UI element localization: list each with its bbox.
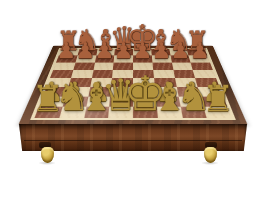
chess-set-photo: ♜♞♝♛♚♝♞♜♟♟♟♟♟♟♟♟♟♟♟♟♟♟♟♟♜♞♝♛♚♝♞♜ bbox=[0, 0, 267, 200]
square-f2 bbox=[156, 96, 181, 106]
square-c6 bbox=[93, 62, 114, 70]
square-b4 bbox=[68, 78, 91, 87]
box-lid-seam bbox=[24, 140, 243, 141]
square-e3 bbox=[133, 87, 156, 97]
square-g2 bbox=[178, 96, 204, 106]
square-b7 bbox=[75, 55, 96, 62]
square-a6 bbox=[53, 62, 75, 70]
square-d5 bbox=[112, 70, 133, 78]
square-c1 bbox=[84, 107, 110, 118]
square-a3 bbox=[43, 87, 68, 97]
square-f1 bbox=[157, 107, 183, 118]
square-f7 bbox=[152, 55, 172, 62]
square-d7 bbox=[114, 55, 133, 62]
square-d6 bbox=[113, 62, 133, 70]
square-f3 bbox=[155, 87, 178, 97]
square-g7 bbox=[170, 55, 191, 62]
square-c4 bbox=[90, 78, 112, 87]
square-c7 bbox=[95, 55, 115, 62]
square-a7 bbox=[56, 55, 77, 62]
square-c2 bbox=[86, 96, 111, 106]
square-b1 bbox=[59, 107, 86, 118]
square-h5 bbox=[193, 70, 216, 78]
square-h7 bbox=[189, 55, 210, 62]
square-g6 bbox=[171, 62, 192, 70]
square-d2 bbox=[109, 96, 133, 106]
square-d1 bbox=[108, 107, 133, 118]
square-g3 bbox=[176, 87, 200, 97]
square-b2 bbox=[62, 96, 88, 106]
square-g1 bbox=[180, 107, 207, 118]
square-a2 bbox=[39, 96, 66, 106]
square-f4 bbox=[154, 78, 176, 87]
square-b6 bbox=[73, 62, 94, 70]
square-h1 bbox=[204, 107, 232, 118]
chess-board bbox=[18, 46, 247, 125]
square-h2 bbox=[201, 96, 228, 106]
square-f6 bbox=[152, 62, 173, 70]
square-a5 bbox=[50, 70, 73, 78]
square-g4 bbox=[175, 78, 198, 87]
square-a4 bbox=[47, 78, 71, 87]
square-a1 bbox=[34, 107, 62, 118]
square-e7 bbox=[133, 55, 152, 62]
square-d3 bbox=[110, 87, 133, 97]
square-b3 bbox=[65, 87, 89, 97]
board-grid bbox=[34, 49, 231, 118]
square-d4 bbox=[111, 78, 133, 87]
board-inner-border bbox=[30, 48, 236, 120]
square-e2 bbox=[133, 96, 157, 106]
square-h3 bbox=[198, 87, 223, 97]
square-e5 bbox=[133, 70, 154, 78]
square-h6 bbox=[191, 62, 213, 70]
square-h4 bbox=[195, 78, 219, 87]
square-c3 bbox=[88, 87, 111, 97]
square-e1 bbox=[133, 107, 158, 118]
square-g5 bbox=[173, 70, 195, 78]
square-e6 bbox=[133, 62, 153, 70]
square-e4 bbox=[133, 78, 155, 87]
square-c5 bbox=[92, 70, 114, 78]
square-f5 bbox=[153, 70, 175, 78]
square-b5 bbox=[71, 70, 93, 78]
